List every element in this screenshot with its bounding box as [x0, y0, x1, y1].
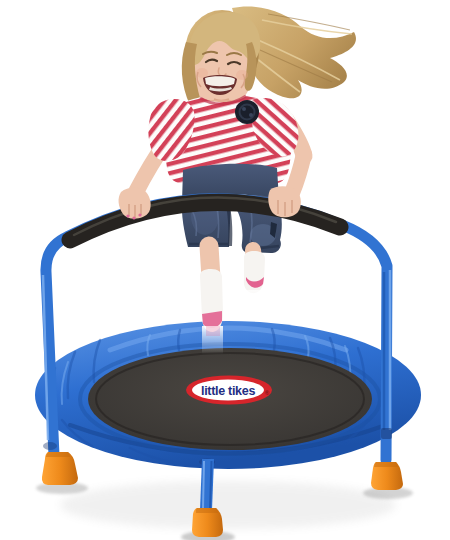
brand-logo-text: little tikes — [201, 384, 255, 398]
brand-logo: little tikes ® — [186, 376, 272, 405]
upper-teeth — [205, 76, 235, 86]
brand-logo-registered-mark: ® — [265, 390, 270, 396]
motion-blur-right — [246, 290, 264, 304]
flower-accent — [235, 100, 259, 124]
photo-canvas: little tikes ® — [0, 0, 450, 540]
product-photo: little tikes ® — [0, 0, 450, 540]
